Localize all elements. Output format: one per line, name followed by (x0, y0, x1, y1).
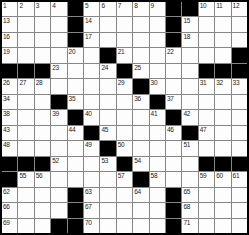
black-cell-r9c12 (182, 126, 197, 140)
clue-number-40: 40 (85, 110, 92, 118)
white-cell-r9c10[interactable] (150, 126, 165, 140)
white-cell-r1c1[interactable]: 1 (2, 2, 17, 16)
clue-number-26: 26 (3, 79, 10, 87)
white-cell-r15c9[interactable] (133, 219, 148, 233)
white-cell-r2c9[interactable] (133, 17, 148, 31)
black-cell-r1c12 (182, 2, 197, 16)
white-cell-r5c6[interactable] (84, 64, 99, 78)
black-cell-r5c14 (215, 64, 230, 78)
clue-number-18: 18 (183, 33, 190, 41)
white-cell-r7c1[interactable]: 34 (2, 95, 17, 109)
white-cell-r4c8[interactable]: 21 (117, 48, 132, 62)
black-cell-r13c5 (68, 188, 83, 202)
black-cell-r14c5 (68, 203, 83, 217)
white-cell-r8c1[interactable]: 38 (2, 110, 17, 124)
white-cell-r13c3[interactable] (35, 188, 50, 202)
white-cell-r8c3[interactable] (35, 110, 50, 124)
clue-number-24: 24 (101, 64, 108, 72)
white-cell-r8c8[interactable] (117, 110, 132, 124)
white-cell-r10c4[interactable] (51, 141, 66, 155)
clue-number-13: 13 (3, 17, 10, 25)
clue-number-32: 32 (216, 79, 223, 87)
black-cell-r11c1 (2, 157, 17, 171)
white-cell-r13c9[interactable]: 64 (133, 188, 148, 202)
white-cell-r14c3[interactable] (35, 203, 50, 217)
clue-number-62: 62 (3, 188, 10, 196)
clue-number-59: 59 (200, 172, 207, 180)
clue-number-71: 71 (183, 219, 190, 227)
white-cell-r15c12[interactable]: 71 (182, 219, 197, 233)
black-cell-r1c11 (166, 2, 181, 16)
white-cell-r13c8[interactable] (117, 188, 132, 202)
clue-number-3: 3 (36, 2, 39, 10)
white-cell-r1c13[interactable]: 10 (199, 2, 214, 16)
white-cell-r12c2[interactable]: 55 (18, 172, 33, 186)
white-cell-r2c13[interactable] (199, 17, 214, 31)
white-cell-r14c14[interactable] (215, 203, 230, 217)
white-cell-r14c6[interactable]: 67 (84, 203, 99, 217)
white-cell-r9c9[interactable] (133, 126, 148, 140)
black-cell-r5c1 (2, 64, 17, 78)
white-cell-r14c4[interactable] (51, 203, 66, 217)
black-cell-r13c11 (166, 188, 181, 202)
white-cell-r15c14[interactable] (215, 219, 230, 233)
white-cell-r10c8[interactable]: 50 (117, 141, 132, 155)
white-cell-r12c14[interactable]: 60 (215, 172, 230, 186)
clue-number-65: 65 (183, 188, 190, 196)
white-cell-r13c6[interactable]: 63 (84, 188, 99, 202)
clue-number-64: 64 (134, 188, 141, 196)
white-cell-r13c2[interactable] (18, 188, 33, 202)
white-cell-r15c3[interactable] (35, 219, 50, 233)
white-cell-r7c15[interactable] (232, 95, 247, 109)
white-cell-r8c13[interactable] (199, 110, 214, 124)
white-cell-r11c9[interactable]: 54 (133, 157, 148, 171)
white-cell-r15c7[interactable] (100, 219, 115, 233)
white-cell-r12c13[interactable]: 59 (199, 172, 214, 186)
white-cell-r9c14[interactable] (215, 126, 230, 140)
white-cell-r1c2[interactable]: 2 (18, 2, 33, 16)
clue-number-16: 16 (3, 33, 10, 41)
white-cell-r7c13[interactable] (199, 95, 214, 109)
white-cell-r9c4[interactable] (51, 126, 66, 140)
white-cell-r14c10[interactable] (150, 203, 165, 217)
white-cell-r6c10[interactable]: 30 (150, 79, 165, 93)
clue-number-52: 52 (52, 157, 59, 165)
white-cell-r4c11[interactable]: 22 (166, 48, 181, 62)
white-cell-r7c11[interactable]: 37 (166, 95, 181, 109)
white-cell-r2c12[interactable]: 15 (182, 17, 197, 31)
clue-number-45: 45 (101, 126, 108, 134)
black-cell-r7c10 (150, 95, 165, 109)
clue-number-21: 21 (118, 48, 125, 56)
white-cell-r9c15[interactable] (232, 126, 247, 140)
white-cell-r14c2[interactable] (18, 203, 33, 217)
white-cell-r8c2[interactable] (18, 110, 33, 124)
white-cell-r1c4[interactable]: 4 (51, 2, 66, 16)
white-cell-r7c9[interactable]: 36 (133, 95, 148, 109)
white-cell-r3c3[interactable] (35, 33, 50, 47)
white-cell-r6c2[interactable]: 27 (18, 79, 33, 93)
white-cell-r1c10[interactable]: 9 (150, 2, 165, 16)
white-cell-r7c2[interactable] (18, 95, 33, 109)
clue-number-31: 31 (200, 79, 207, 87)
white-cell-r10c14[interactable] (215, 141, 230, 155)
white-cell-r2c6[interactable]: 14 (84, 17, 99, 31)
white-cell-r5c7[interactable]: 24 (100, 64, 115, 78)
clue-number-35: 35 (69, 95, 76, 103)
white-cell-r5c4[interactable]: 23 (51, 64, 66, 78)
white-cell-r9c2[interactable] (18, 126, 33, 140)
white-cell-r9c1[interactable]: 43 (2, 126, 17, 140)
white-cell-r8c7[interactable] (100, 110, 115, 124)
white-cell-r6c14[interactable]: 32 (215, 79, 230, 93)
white-cell-r9c7[interactable]: 45 (100, 126, 115, 140)
black-cell-r14c11 (166, 203, 181, 217)
clue-number-44: 44 (69, 126, 76, 134)
clue-number-54: 54 (134, 157, 141, 165)
white-cell-r1c14[interactable]: 11 (215, 2, 230, 16)
white-cell-r14c7[interactable] (100, 203, 115, 217)
white-cell-r2c14[interactable] (215, 17, 230, 31)
white-cell-r9c13[interactable]: 47 (199, 126, 214, 140)
white-cell-r2c4[interactable] (51, 17, 66, 31)
clue-number-56: 56 (36, 172, 43, 180)
clue-number-67: 67 (85, 203, 92, 211)
white-cell-r7c8[interactable] (117, 95, 132, 109)
black-cell-r11c8 (117, 157, 132, 171)
white-cell-r3c2[interactable] (18, 33, 33, 47)
white-cell-r2c8[interactable] (117, 17, 132, 31)
white-cell-r2c3[interactable] (35, 17, 50, 31)
white-cell-r1c9[interactable]: 8 (133, 2, 148, 16)
clue-number-5: 5 (85, 2, 88, 10)
clue-number-14: 14 (85, 17, 92, 25)
clue-number-12: 12 (233, 2, 240, 10)
black-cell-r5c15 (232, 64, 247, 78)
black-cell-r10c7 (100, 141, 115, 155)
white-cell-r3c7[interactable] (100, 33, 115, 47)
clue-number-63: 63 (85, 188, 92, 196)
white-cell-r6c3[interactable]: 28 (35, 79, 50, 93)
clue-number-68: 68 (183, 203, 190, 211)
clue-number-2: 2 (19, 2, 22, 10)
white-cell-r8c4[interactable]: 39 (51, 110, 66, 124)
white-cell-r6c1[interactable]: 26 (2, 79, 17, 93)
white-cell-r3c10[interactable] (150, 33, 165, 47)
white-cell-r6c5[interactable] (68, 79, 83, 93)
white-cell-r12c8[interactable]: 57 (117, 172, 132, 186)
white-cell-r12c15[interactable]: 61 (232, 172, 247, 186)
clue-number-10: 10 (200, 2, 207, 10)
white-cell-r8c6[interactable]: 40 (84, 110, 99, 124)
clue-number-28: 28 (36, 79, 43, 87)
white-cell-r6c7[interactable] (100, 79, 115, 93)
white-cell-r6c6[interactable] (84, 79, 99, 93)
white-cell-r11c11[interactable] (166, 157, 181, 171)
white-cell-r10c11[interactable] (166, 141, 181, 155)
white-cell-r6c11[interactable] (166, 79, 181, 93)
black-cell-r2c11 (166, 17, 181, 31)
white-cell-r1c7[interactable]: 6 (100, 2, 115, 16)
black-cell-r12c1 (2, 172, 17, 186)
clue-number-17: 17 (85, 33, 92, 41)
black-cell-r11c3 (35, 157, 50, 171)
white-cell-r10c1[interactable]: 48 (2, 141, 17, 155)
white-cell-r4c3[interactable] (35, 48, 50, 62)
white-cell-r11c12[interactable] (182, 157, 197, 171)
white-cell-r10c3[interactable] (35, 141, 50, 155)
clue-number-22: 22 (167, 48, 174, 56)
clue-number-47: 47 (200, 126, 207, 134)
white-cell-r4c6[interactable] (84, 48, 99, 62)
white-cell-r8c9[interactable] (133, 110, 148, 124)
black-cell-r5c2 (18, 64, 33, 78)
white-cell-r15c8[interactable] (117, 219, 132, 233)
black-cell-r3c11 (166, 33, 181, 47)
clue-number-25: 25 (134, 64, 141, 72)
clue-number-66: 66 (3, 203, 10, 211)
clue-number-51: 51 (183, 141, 190, 149)
clue-number-30: 30 (151, 79, 158, 87)
white-cell-r11c5[interactable] (68, 157, 83, 171)
black-cell-r5c3 (35, 64, 50, 78)
white-cell-r4c5[interactable]: 20 (68, 48, 83, 62)
white-cell-r15c2[interactable] (18, 219, 33, 233)
clue-number-15: 15 (183, 17, 190, 25)
white-cell-r5c9[interactable]: 25 (133, 64, 148, 78)
clue-number-69: 69 (3, 219, 10, 227)
clue-number-1: 1 (3, 2, 6, 10)
black-cell-r11c2 (18, 157, 33, 171)
clue-number-38: 38 (3, 110, 10, 118)
white-cell-r6c8[interactable]: 29 (117, 79, 132, 93)
black-cell-r12c9 (133, 172, 148, 186)
clue-number-53: 53 (101, 157, 108, 165)
white-cell-r4c13[interactable] (199, 48, 214, 62)
white-cell-r3c9[interactable] (133, 33, 148, 47)
black-cell-r11c13 (199, 157, 214, 171)
clue-number-41: 41 (151, 110, 158, 118)
white-cell-r13c13[interactable] (199, 188, 214, 202)
white-cell-r6c12[interactable] (182, 79, 197, 93)
white-cell-r9c5[interactable]: 44 (68, 126, 83, 140)
crossword-board: 1234567891011121314151617181920212223242… (0, 0, 249, 235)
white-cell-r14c9[interactable] (133, 203, 148, 217)
white-cell-r14c1[interactable]: 66 (2, 203, 17, 217)
white-cell-r10c15[interactable] (232, 141, 247, 155)
white-cell-r10c6[interactable]: 49 (84, 141, 99, 155)
white-cell-r8c12[interactable]: 42 (182, 110, 197, 124)
white-cell-r13c12[interactable]: 65 (182, 188, 197, 202)
white-cell-r7c6[interactable] (84, 95, 99, 109)
white-cell-r13c7[interactable] (100, 188, 115, 202)
white-cell-r3c6[interactable]: 17 (84, 33, 99, 47)
white-cell-r1c3[interactable]: 3 (35, 2, 50, 16)
white-cell-r12c3[interactable]: 56 (35, 172, 50, 186)
white-cell-r6c4[interactable] (51, 79, 66, 93)
white-cell-r9c11[interactable]: 46 (166, 126, 181, 140)
white-cell-r10c9[interactable] (133, 141, 148, 155)
white-cell-r3c1[interactable]: 16 (2, 33, 17, 47)
black-cell-r4c7 (100, 48, 115, 62)
black-cell-r5c8 (117, 64, 132, 78)
white-cell-r4c9[interactable] (133, 48, 148, 62)
white-cell-r10c13[interactable] (199, 141, 214, 155)
white-cell-r15c1[interactable]: 69 (2, 219, 17, 233)
clue-number-36: 36 (134, 95, 141, 103)
white-cell-r1c6[interactable]: 5 (84, 2, 99, 16)
white-cell-r7c12[interactable] (182, 95, 197, 109)
white-cell-r3c4[interactable] (51, 33, 66, 47)
white-cell-r12c6[interactable] (84, 172, 99, 186)
white-cell-r2c10[interactable] (150, 17, 165, 31)
white-cell-r3c14[interactable] (215, 33, 230, 47)
white-cell-r11c6[interactable] (84, 157, 99, 171)
white-cell-r13c15[interactable] (232, 188, 247, 202)
white-cell-r10c10[interactable] (150, 141, 165, 155)
clue-number-20: 20 (69, 48, 76, 56)
clue-number-60: 60 (216, 172, 223, 180)
white-cell-r7c3[interactable] (35, 95, 50, 109)
white-cell-r14c13[interactable] (199, 203, 214, 217)
white-cell-r2c15[interactable] (232, 17, 247, 31)
white-cell-r15c15[interactable] (232, 219, 247, 233)
white-cell-r2c2[interactable] (18, 17, 33, 31)
white-cell-r8c15[interactable] (232, 110, 247, 124)
clue-number-11: 11 (216, 2, 222, 10)
white-cell-r10c12[interactable]: 51 (182, 141, 197, 155)
clue-number-50: 50 (118, 141, 125, 149)
clue-number-6: 6 (101, 2, 104, 10)
white-cell-r11c10[interactable] (150, 157, 165, 171)
clue-number-42: 42 (183, 110, 190, 118)
white-cell-r15c10[interactable] (150, 219, 165, 233)
white-cell-r8c10[interactable]: 41 (150, 110, 165, 124)
white-cell-r4c10[interactable] (150, 48, 165, 62)
white-cell-r7c14[interactable] (215, 95, 230, 109)
white-cell-r12c11[interactable] (166, 172, 181, 186)
clue-number-27: 27 (19, 79, 26, 87)
white-cell-r8c14[interactable] (215, 110, 230, 124)
white-cell-r15c13[interactable] (199, 219, 214, 233)
white-cell-r10c2[interactable] (18, 141, 33, 155)
white-cell-r10c5[interactable] (68, 141, 83, 155)
black-cell-r4c15 (232, 48, 247, 62)
white-cell-r5c12[interactable] (182, 64, 197, 78)
clue-number-34: 34 (3, 95, 10, 103)
clue-number-57: 57 (118, 172, 125, 180)
clue-number-29: 29 (118, 79, 125, 87)
white-cell-r3c12[interactable]: 18 (182, 33, 197, 47)
white-cell-r14c12[interactable]: 68 (182, 203, 197, 217)
white-cell-r12c4[interactable] (51, 172, 66, 186)
clue-number-7: 7 (118, 2, 121, 10)
black-cell-r11c14 (215, 157, 230, 171)
black-cell-r7c4 (51, 95, 66, 109)
white-cell-r6c15[interactable]: 33 (232, 79, 247, 93)
black-cell-r15c11 (166, 219, 181, 233)
clue-number-58: 58 (151, 172, 158, 180)
clue-number-46: 46 (167, 126, 174, 134)
black-cell-r6c9 (133, 79, 148, 93)
black-cell-r2c5 (68, 17, 83, 31)
black-cell-r8c11 (166, 110, 181, 124)
white-cell-r13c10[interactable] (150, 188, 165, 202)
clue-number-43: 43 (3, 126, 10, 134)
white-cell-r14c8[interactable] (117, 203, 132, 217)
white-cell-r7c5[interactable]: 35 (68, 95, 83, 109)
white-cell-r12c10[interactable]: 58 (150, 172, 165, 186)
clue-number-70: 70 (85, 219, 92, 227)
white-cell-r6c13[interactable]: 31 (199, 79, 214, 93)
white-cell-r9c8[interactable] (117, 126, 132, 140)
white-cell-r13c1[interactable]: 62 (2, 188, 17, 202)
black-cell-r11c15 (232, 157, 247, 171)
white-cell-r1c15[interactable]: 12 (232, 2, 247, 16)
black-cell-r15c4 (51, 219, 66, 233)
black-cell-r9c6 (84, 126, 99, 140)
black-cell-r3c5 (68, 33, 83, 47)
clue-number-49: 49 (85, 141, 92, 149)
clue-number-8: 8 (134, 2, 137, 10)
white-cell-r3c15[interactable] (232, 33, 247, 47)
black-cell-r8c5 (68, 110, 83, 124)
white-cell-r2c1[interactable]: 13 (2, 17, 17, 31)
white-cell-r12c12[interactable] (182, 172, 197, 186)
black-cell-r1c5 (68, 2, 83, 16)
clue-number-23: 23 (52, 64, 59, 72)
white-cell-r4c1[interactable]: 19 (2, 48, 17, 62)
white-cell-r5c5[interactable] (68, 64, 83, 78)
clue-number-48: 48 (3, 141, 10, 149)
white-cell-r11c4[interactable]: 52 (51, 157, 66, 171)
white-cell-r14c15[interactable] (232, 203, 247, 217)
clue-number-61: 61 (233, 172, 240, 180)
black-cell-r15c5 (68, 219, 83, 233)
white-cell-r3c8[interactable] (117, 33, 132, 47)
white-cell-r7c7[interactable] (100, 95, 115, 109)
clue-number-4: 4 (52, 2, 55, 10)
white-cell-r4c14[interactable] (215, 48, 230, 62)
clue-number-19: 19 (3, 48, 10, 56)
white-cell-r13c14[interactable] (215, 188, 230, 202)
white-cell-r4c4[interactable] (51, 48, 66, 62)
white-cell-r5c10[interactable] (150, 64, 165, 78)
white-cell-r4c2[interactable] (18, 48, 33, 62)
clue-number-9: 9 (151, 2, 154, 10)
clue-number-39: 39 (52, 110, 59, 118)
crossword-diagram: 1234567891011121314151617181920212223242… (0, 0, 249, 235)
clue-number-37: 37 (167, 95, 174, 103)
white-cell-r5c11[interactable] (166, 64, 181, 78)
white-cell-r3c13[interactable] (199, 33, 214, 47)
white-cell-r12c5[interactable] (68, 172, 83, 186)
white-cell-r13c4[interactable] (51, 188, 66, 202)
white-cell-r11c7[interactable]: 53 (100, 157, 115, 171)
white-cell-r12c7[interactable] (100, 172, 115, 186)
clue-number-55: 55 (19, 172, 26, 180)
white-cell-r15c6[interactable]: 70 (84, 219, 99, 233)
clue-number-33: 33 (233, 79, 240, 87)
white-cell-r4c12[interactable] (182, 48, 197, 62)
black-cell-r5c13 (199, 64, 214, 78)
white-cell-r2c7[interactable] (100, 17, 115, 31)
white-cell-r1c8[interactable]: 7 (117, 2, 132, 16)
white-cell-r9c3[interactable] (35, 126, 50, 140)
